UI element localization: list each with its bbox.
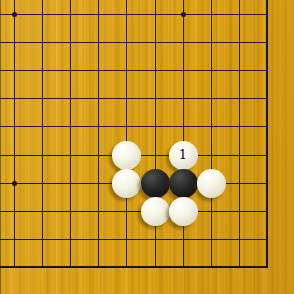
grid-line-vertical [70, 0, 71, 268]
black-stone [141, 169, 170, 198]
white-stone [197, 169, 226, 198]
grid-line-horizontal [0, 42, 268, 43]
grid-line-vertical [155, 0, 156, 268]
grid-line-horizontal [0, 211, 268, 212]
grid-line-horizontal [0, 126, 268, 127]
grid-line-horizontal [0, 98, 268, 99]
star-point [181, 12, 186, 17]
move-number-label: 1 [179, 148, 187, 161]
grid-line-horizontal [0, 266, 268, 268]
white-stone [112, 169, 141, 198]
black-stone [169, 169, 198, 198]
go-board[interactable]: 1 [0, 0, 294, 294]
grid-line-vertical [98, 0, 99, 268]
white-stone [112, 141, 141, 170]
white-stone [141, 197, 170, 226]
star-point [12, 181, 17, 186]
grid-line-vertical [266, 0, 268, 268]
go-board-viewport: 1 [0, 0, 294, 294]
grid-line-horizontal [0, 70, 268, 71]
grid-line-vertical [42, 0, 43, 268]
grid-line-horizontal [0, 239, 268, 240]
grid-line-vertical [211, 0, 212, 268]
grid-line-vertical [183, 0, 184, 268]
white-stone [169, 197, 198, 226]
grid-line-vertical [14, 0, 15, 268]
grid-line-vertical [239, 0, 240, 268]
white-stone: 1 [169, 141, 198, 170]
grid-line-vertical [126, 0, 127, 268]
star-point [12, 12, 17, 17]
grid-line-horizontal [0, 14, 268, 15]
